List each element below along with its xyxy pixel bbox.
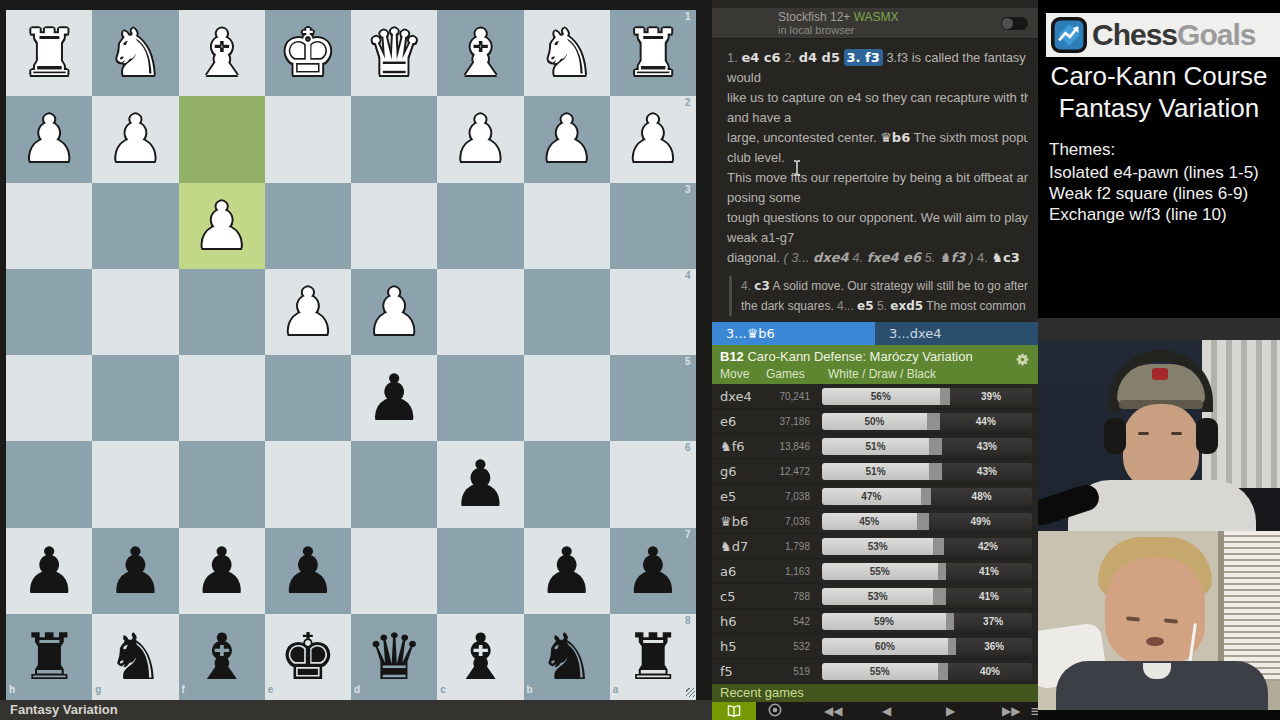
target-icon [768,703,782,717]
explorer-move: a6 [712,564,764,579]
engine-toggle-knob [1002,18,1013,29]
explorer-games-count: 70,241 [764,391,810,402]
move-commentary[interactable]: 1. e4 c6 2. d4 d5 3. f3 3.f3 is called t… [712,39,1038,322]
explorer-row-e6[interactable]: e637,18650%44% [712,409,1038,434]
explorer-row-♛b6[interactable]: ♛b67,03645%49% [712,509,1038,534]
square-e3[interactable] [265,183,351,269]
eye [1171,432,1182,435]
commentary-line: weak a1-g7 [727,228,1028,248]
commentary-line: 4. c3 A solid move. Our strategy will st… [741,276,1028,296]
white-piece-p-d4: ♟ [351,269,437,355]
gear-icon[interactable] [1015,352,1030,367]
rank-coordinate-6: 6 [685,442,691,453]
explorer-games-count: 1,163 [764,566,810,577]
square-b5[interactable] [524,355,610,441]
file-coordinate-e: e [268,684,274,695]
move-token[interactable]: 4... [837,299,857,313]
white-piece-p-a2: ♟ [610,96,696,182]
explorer-games-count: 1,798 [764,541,810,552]
chessgoals-logo-text: ChessGoals [1092,18,1255,52]
explorer-move: e6 [712,414,764,429]
black-piece-p-c6: ♟ [437,441,523,527]
result-bar: 45%49% [822,513,1032,530]
comment-text: posing some [727,190,801,205]
tab-dxe4[interactable]: 3...dxe4 [875,322,1038,345]
square-b7[interactable]: ♟ [524,528,610,614]
explorer-games-count: 532 [764,641,810,652]
variation-tabs: 3...♛b6 3...dxe4 [712,322,1038,345]
black-piece-q-d8: ♛ [351,614,437,700]
rank-coordinate-3: 3 [685,184,691,195]
black-wins-segment: 37% [954,613,1032,630]
black-piece-p-e7: ♟ [265,528,351,614]
window-blinds [1218,531,1280,681]
previous-move-button[interactable]: ◀ [882,702,891,720]
result-bar: 50%44% [822,413,1032,430]
square-c8[interactable]: ♝ [437,614,523,700]
comment-text: club level. [727,150,785,165]
white-piece-p-g2: ♟ [92,96,178,182]
square-f6[interactable] [179,441,265,527]
black-piece-b-c8: ♝ [437,614,523,700]
square-f8[interactable]: ♝ [179,614,265,700]
square-e8[interactable]: ♚ [265,614,351,700]
current-move[interactable]: 3. f3 [844,49,883,66]
white-piece-p-e4: ♟ [265,269,351,355]
explorer-row-a6[interactable]: a61,16355%41% [712,559,1038,584]
move-token[interactable]: fxe4 e6 [867,250,921,265]
square-g4[interactable] [92,269,178,355]
white-wins-segment: 55% [822,563,938,580]
black-wins-segment: 41% [946,563,1032,580]
rank-coordinate-5: 5 [685,356,691,367]
white-wins-segment: 47% [822,488,921,505]
file-coordinate-f: f [182,684,185,695]
explorer-move: f5 [712,664,764,679]
draw-segment [917,513,930,530]
webcam-student [1038,531,1280,710]
result-bar: 53%41% [822,588,1032,605]
move-token[interactable]: e4 c6 [741,50,780,65]
square-d7[interactable] [351,528,437,614]
study-chapter-status-bar: Fantasy Variation [0,700,712,720]
result-bar: 47%48% [822,488,1032,505]
commentary-line: tough questions to our opponent. We will… [727,208,1028,228]
comment-text: This move fits our repertoire by being a… [727,170,1028,185]
explorer-row-dxe4[interactable]: dxe470,24156%39% [712,384,1038,409]
file-coordinate-g: g [95,684,101,695]
explorer-move: c5 [712,589,764,604]
square-h4[interactable] [6,269,92,355]
theme-item: Isolated e4-pawn (lines 1-5) [1049,163,1259,183]
comment-text: like us to capture on e4 so they can rec… [727,90,1028,105]
explorer-row-♞f6[interactable]: ♞f613,84651%43% [712,434,1038,459]
square-h6[interactable] [6,441,92,527]
explorer-games-count: 7,038 [764,491,810,502]
move-token[interactable]: c3 [754,279,769,293]
white-piece-r-a1: ♜ [610,10,696,96]
file-coordinate-c: c [440,684,446,695]
commentary-line: the dark squares. 4... e5 5. exd5 The mo… [741,296,1028,316]
explorer-row-c5[interactable]: c578853%41% [712,584,1038,609]
explorer-games-count: 788 [764,591,810,602]
black-wins-segment: 41% [946,588,1032,605]
square-d4[interactable]: ♟ [351,269,437,355]
square-d6[interactable] [351,441,437,527]
move-token[interactable]: 4. [741,279,754,293]
black-piece-p-h7: ♟ [6,528,92,614]
tab-qb6[interactable]: 3...♛b6 [712,322,875,345]
black-wins-segment: 39% [950,388,1032,405]
explorer-move: dxe4 [712,389,764,404]
white-piece-b-f1: ♝ [179,10,265,96]
square-a3[interactable] [610,183,696,269]
black-piece-n-g8: ♞ [92,614,178,700]
white-piece-p-b2: ♟ [524,96,610,182]
comment-text: The most common move. 5.dxe5 [923,299,1028,313]
headphone-cup [1196,418,1218,454]
square-g8[interactable]: ♞ [92,614,178,700]
move-token[interactable]: 1. [727,50,741,65]
square-b2[interactable]: ♟ [524,96,610,182]
black-piece-r-a8: ♜ [610,614,696,700]
square-h1[interactable]: ♜ [6,10,92,96]
white-wins-segment: 53% [822,538,933,555]
square-e5[interactable] [265,355,351,441]
white-wins-segment: 50% [822,413,927,430]
draw-segment [938,663,949,680]
square-h2[interactable]: ♟ [6,96,92,182]
square-h3[interactable] [6,183,92,269]
white-wins-segment: 59% [822,613,946,630]
move-token[interactable]: d4 d5 [799,50,840,65]
commentary-line: club level. [727,148,1028,168]
white-piece-p-f3: ♟ [179,183,265,269]
file-coordinate-h: h [9,684,15,695]
move-token[interactable]: ♞c3 [991,250,1019,265]
square-d8[interactable]: ♛ [351,614,437,700]
explorer-move: ♛b6 [712,514,764,529]
move-token[interactable]: 2. [784,50,798,65]
square-h5[interactable] [6,355,92,441]
result-bar: 55%41% [822,563,1032,580]
explorer-row-g6[interactable]: g612,47251%43% [712,459,1038,484]
black-wins-segment: 43% [942,438,1032,455]
black-wins-segment: 48% [931,488,1032,505]
draw-segment [938,563,946,580]
move-token[interactable]: ♞f3 [939,250,965,265]
explorer-games-count: 519 [764,666,810,677]
white-piece-p-h2: ♟ [6,96,92,182]
commentary-line: large, uncontested center. ♛b6 The sixth… [727,128,1028,148]
chessgoals-banner: ChessGoals [1046,13,1280,57]
engine-toggle[interactable] [1001,17,1028,30]
chapter-name: Fantasy Variation [10,702,118,717]
eye [1138,432,1149,435]
square-a6[interactable] [610,441,696,527]
engine-tech: WASMX [854,10,899,24]
white-wins-segment: 60% [822,638,948,655]
white-piece-n-g1: ♞ [92,10,178,96]
comment-text: ( 3... [783,250,813,265]
explorer-games-count: 13,846 [764,441,810,452]
square-g1[interactable]: ♞ [92,10,178,96]
engine-location: in local browser [778,24,1038,37]
chess-board[interactable]: ♜♞♝♚♛♝♞♜♟♟♟♟♟♟♟♟♟♟♟♟♟♟♟♟♜♞♝♚♛♝♞♜ [6,10,696,700]
result-bar: 51%43% [822,463,1032,480]
comment-text: diagonal. [727,250,783,265]
face [1123,404,1199,488]
rank-coordinate-7: 7 [685,529,691,540]
black-piece-p-d5: ♟ [351,355,437,441]
file-coordinate-d: d [354,684,360,695]
comment-text: and have a [727,110,791,125]
draw-segment [933,588,946,605]
engine-name: Stockfish 12+ WASMX [778,10,1038,24]
explorer-column-headers: MoveGamesWhite / Draw / Black [712,364,1038,381]
engine-bar: Stockfish 12+ WASMX in local browser [712,8,1038,39]
square-d2[interactable] [351,96,437,182]
rank-coordinate-2: 2 [685,97,691,108]
square-c1[interactable]: ♝ [437,10,523,96]
explorer-move: ♞f6 [712,439,764,454]
explorer-move-table: dxe470,24156%39%e637,18650%44%♞f613,8465… [712,384,1038,684]
comment-text: the dark squares. [741,299,837,313]
draw-segment [933,538,944,555]
explorer-move: h5 [712,639,764,654]
course-title: Caro-Kann Course [1038,61,1280,92]
square-a5[interactable] [610,355,696,441]
square-e7[interactable]: ♟ [265,528,351,614]
square-c7[interactable] [437,528,523,614]
square-b8[interactable]: ♞ [524,614,610,700]
board-resize-handle[interactable] [686,688,695,697]
explorer-move: e5 [712,489,764,504]
square-c4[interactable] [437,269,523,355]
explorer-row-h6[interactable]: h654259%37% [712,609,1038,634]
explorer-book-button[interactable] [712,702,756,720]
text-cursor-icon [792,160,802,176]
rank-coordinate-8: 8 [685,615,691,626]
explorer-row-f5[interactable]: f551955%40% [712,659,1038,684]
white-piece-p-c2: ♟ [437,96,523,182]
black-piece-k-e8: ♚ [265,614,351,700]
explorer-row-e5[interactable]: e57,03847%48% [712,484,1038,509]
commentary-line: This move fits our repertoire by being a… [727,168,1028,188]
explorer-games-count: 37,186 [764,416,810,427]
black-wins-segment: 40% [948,663,1032,680]
draw-segment [946,613,954,630]
comment-text: 5. [921,250,939,265]
explorer-move: h6 [712,614,764,629]
square-d5[interactable]: ♟ [351,355,437,441]
draw-segment [940,388,951,405]
draw-segment [948,638,956,655]
square-c3[interactable] [437,183,523,269]
comment-text: A solid move. Our strategy will still be… [770,279,1028,293]
comment-text: ) [965,250,977,265]
black-wins-segment: 36% [956,638,1032,655]
square-a2[interactable]: ♟ [610,96,696,182]
black-wins-segment: 42% [944,538,1032,555]
white-wins-segment: 55% [822,663,938,680]
analysis-panel: Stockfish 12+ WASMX in local browser 1. … [712,0,1038,720]
move-token[interactable]: 5. [877,299,890,313]
bottom-strip [1038,710,1280,720]
square-b4[interactable] [524,269,610,355]
comment-text: would [727,70,761,85]
variation-comment-block: 4. c3 A solid move. Our strategy will st… [729,276,1028,316]
file-coordinate-a: a [613,684,619,695]
goto-last-move-button[interactable]: ▶▶ [1002,702,1020,720]
square-d3[interactable] [351,183,437,269]
white-wins-segment: 56% [822,388,940,405]
square-a1[interactable]: ♜ [610,10,696,96]
opening-name: B12 Caro-Kann Defense: Maróczy Variation [712,345,1038,364]
mouth [1146,637,1164,646]
result-bar: 60%36% [822,638,1032,655]
square-g2[interactable]: ♟ [92,96,178,182]
square-g7[interactable]: ♟ [92,528,178,614]
black-wins-segment: 43% [942,463,1032,480]
black-piece-p-a7: ♟ [610,528,696,614]
square-a4[interactable] [610,269,696,355]
result-bar: 59%37% [822,613,1032,630]
cap-logo [1152,368,1168,380]
curtain [1202,340,1280,488]
explorer-row-h5[interactable]: h553260%36% [712,634,1038,659]
square-c6[interactable]: ♟ [437,441,523,527]
commentary-line: diagonal. ( 3... dxe4 4. fxe4 e6 5. ♞f3 … [727,248,1028,268]
black-piece-b-f8: ♝ [179,614,265,700]
comment-text: large, uncontested center. [727,130,880,145]
square-h8[interactable]: ♜ [6,614,92,700]
square-a8[interactable]: ♜ [610,614,696,700]
white-wins-segment: 53% [822,588,933,605]
commentary-line: posing some [727,188,1028,208]
comment-text: The sixth most popular move at [910,130,1028,145]
white-piece-b-c1: ♝ [437,10,523,96]
black-piece-r-h8: ♜ [6,614,92,700]
rank-coordinate-4: 4 [685,270,691,281]
square-d1[interactable]: ♛ [351,10,437,96]
move-token[interactable]: e5 [857,299,874,313]
practice-target-button[interactable] [768,703,782,720]
square-f3[interactable]: ♟ [179,183,265,269]
square-g6[interactable] [92,441,178,527]
white-wins-segment: 45% [822,513,917,530]
result-bar: 56%39% [822,388,1032,405]
square-b6[interactable] [524,441,610,527]
square-e1[interactable]: ♚ [265,10,351,96]
comment-text: tough questions to our opponent. We will… [727,210,1028,225]
square-b1[interactable]: ♞ [524,10,610,96]
square-b3[interactable] [524,183,610,269]
analysis-toolbar: ◀◀ ◀ ▶ ▶▶ ≡ [712,702,1038,720]
draw-segment [929,438,942,455]
square-c2[interactable]: ♟ [437,96,523,182]
move-token[interactable]: dxe4 [813,250,849,265]
square-e2[interactable] [265,96,351,182]
square-g3[interactable] [92,183,178,269]
square-e6[interactable] [265,441,351,527]
explorer-games-count: 12,472 [764,466,810,477]
result-bar: 55%40% [822,663,1032,680]
draw-segment [929,463,942,480]
draw-segment [921,488,932,505]
explorer-games-count: 7,036 [764,516,810,527]
square-f2[interactable] [179,96,265,182]
white-piece-r-h1: ♜ [6,10,92,96]
square-f1[interactable]: ♝ [179,10,265,96]
chessgoals-logo-icon [1051,17,1087,53]
commentary-line: would [727,68,1028,88]
black-piece-p-b7: ♟ [524,528,610,614]
move-token[interactable]: 4. [977,250,991,265]
square-h7[interactable]: ♟ [6,528,92,614]
draw-segment [927,413,940,430]
commentary-line: like us to capture on e4 so they can rec… [727,88,1028,108]
square-a7[interactable]: ♟ [610,528,696,614]
commentary-line: and have a [727,108,1028,128]
white-wins-segment: 51% [822,463,929,480]
themes-heading: Themes: [1049,140,1115,160]
black-wins-segment: 49% [929,513,1032,530]
comment-text: 4. [849,250,867,265]
course-subtitle: Fantasy Variation [1038,93,1280,124]
comment-text: 3.f3 is called the fantasy variation. Wh… [883,50,1028,65]
board-area: ♜♞♝♚♛♝♞♜♟♟♟♟♟♟♟♟♟♟♟♟♟♟♟♟♜♞♝♚♛♝♞♜ 1234567… [0,0,712,720]
explorer-row-♞d7[interactable]: ♞d71,79853%42% [712,534,1038,559]
square-f5[interactable] [179,355,265,441]
square-g5[interactable] [92,355,178,441]
file-coordinate-b: b [527,684,533,695]
screen: ♜♞♝♚♛♝♞♜♟♟♟♟♟♟♟♟♟♟♟♟♟♟♟♟♜♞♝♚♛♝♞♜ 1234567… [0,0,1280,720]
commentary-line: 1. e4 c6 2. d4 d5 3. f3 3.f3 is called t… [727,48,1028,68]
square-e4[interactable]: ♟ [265,269,351,355]
overlay-column: ChessGoals Caro-Kann Course Fantasy Vari… [1038,0,1280,720]
black-piece-p-g7: ♟ [92,528,178,614]
explorer-move: g6 [712,464,764,479]
black-piece-n-b8: ♞ [524,614,610,700]
white-piece-k-e1: ♚ [265,10,351,96]
square-f4[interactable] [179,269,265,355]
move-token[interactable]: exd5 [890,299,923,313]
goto-first-move-button[interactable]: ◀◀ [824,702,842,720]
result-bar: 51%43% [822,438,1032,455]
rank-coordinate-1: 1 [685,11,691,22]
book-icon [727,705,741,718]
headphone-cup [1104,418,1126,454]
black-piece-p-f7: ♟ [179,528,265,614]
comment-text: weak a1-g7 [727,230,794,245]
white-piece-q-d1: ♛ [351,10,437,96]
black-wins-segment: 44% [940,413,1032,430]
theme-item: Exchange w/f3 (line 10) [1049,205,1227,225]
result-bar: 53%42% [822,538,1032,555]
recent-games-header[interactable]: Recent games [712,684,1038,702]
opening-explorer-header: B12 Caro-Kann Defense: Maróczy Variation… [712,345,1038,384]
square-c5[interactable] [437,355,523,441]
explorer-move: ♞d7 [712,539,764,554]
webcam-separator [1038,318,1280,340]
move-token[interactable]: ♛b6 [880,130,910,145]
theme-item: Weak f2 square (lines 6-9) [1049,184,1248,204]
next-move-button[interactable]: ▶ [946,702,955,720]
white-piece-n-b1: ♞ [524,10,610,96]
white-wins-segment: 51% [822,438,929,455]
square-f7[interactable]: ♟ [179,528,265,614]
